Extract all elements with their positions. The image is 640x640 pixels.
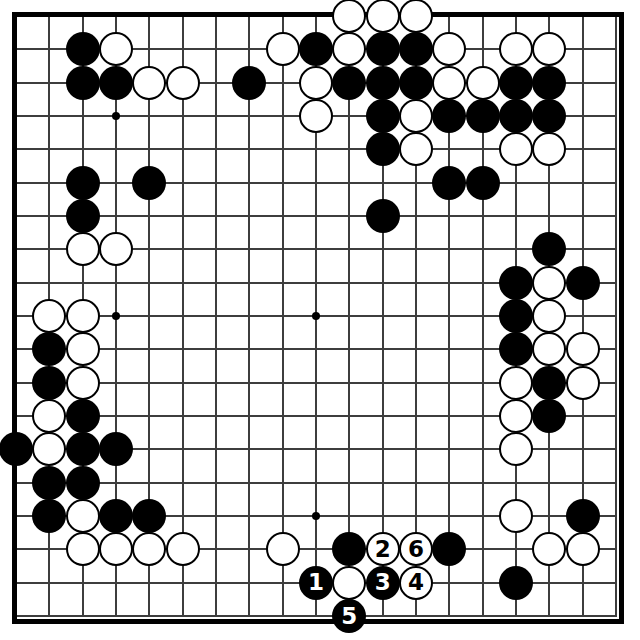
stone-black[interactable] xyxy=(366,199,400,233)
stone-black[interactable] xyxy=(32,499,66,533)
stone-white[interactable] xyxy=(466,66,500,100)
stone-white[interactable] xyxy=(399,99,433,133)
stone-white[interactable] xyxy=(399,132,433,166)
stone-black[interactable] xyxy=(532,366,566,400)
stone-white[interactable] xyxy=(299,99,333,133)
stone-white[interactable] xyxy=(499,399,533,433)
stone-white[interactable] xyxy=(499,366,533,400)
stone-white[interactable] xyxy=(566,332,600,366)
stone-black[interactable] xyxy=(66,166,100,200)
stone-black[interactable] xyxy=(66,32,100,66)
stone-white[interactable] xyxy=(499,132,533,166)
move-3-stone-black[interactable]: 3 xyxy=(366,566,400,600)
stone-white[interactable] xyxy=(266,32,300,66)
stone-white[interactable] xyxy=(499,32,533,66)
stone-black[interactable] xyxy=(366,132,400,166)
stone-white[interactable] xyxy=(432,32,466,66)
stone-white[interactable] xyxy=(332,32,366,66)
stone-black[interactable] xyxy=(432,532,466,566)
stone-white[interactable] xyxy=(566,366,600,400)
stone-black[interactable] xyxy=(232,66,266,100)
stone-black[interactable] xyxy=(299,32,333,66)
stone-white[interactable] xyxy=(566,532,600,566)
grid-line-horizontal xyxy=(15,482,617,484)
stone-white[interactable] xyxy=(99,532,133,566)
stone-white[interactable] xyxy=(66,366,100,400)
stone-white[interactable] xyxy=(332,0,366,33)
stone-black[interactable] xyxy=(499,99,533,133)
stone-white[interactable] xyxy=(32,432,66,466)
stone-white[interactable] xyxy=(532,332,566,366)
grid-line-horizontal xyxy=(15,615,617,617)
stone-white[interactable] xyxy=(132,532,166,566)
stone-black[interactable] xyxy=(499,266,533,300)
stone-white[interactable] xyxy=(532,299,566,333)
stone-black[interactable] xyxy=(566,499,600,533)
stone-black[interactable] xyxy=(399,66,433,100)
stone-black[interactable] xyxy=(566,266,600,300)
grid-line-vertical xyxy=(348,15,350,617)
stone-black[interactable] xyxy=(366,66,400,100)
stone-black[interactable] xyxy=(499,566,533,600)
stone-black[interactable] xyxy=(466,99,500,133)
stone-black[interactable] xyxy=(499,299,533,333)
stone-white[interactable] xyxy=(99,232,133,266)
stone-white[interactable] xyxy=(499,499,533,533)
stone-white[interactable] xyxy=(532,266,566,300)
stone-black[interactable] xyxy=(532,399,566,433)
star-point xyxy=(112,312,120,320)
stone-white[interactable] xyxy=(532,532,566,566)
star-point xyxy=(312,312,320,320)
stone-black[interactable] xyxy=(66,466,100,500)
stone-black[interactable] xyxy=(466,166,500,200)
stone-white[interactable] xyxy=(66,332,100,366)
stone-black[interactable] xyxy=(66,399,100,433)
stone-black[interactable] xyxy=(99,432,133,466)
stone-white[interactable] xyxy=(66,299,100,333)
star-point xyxy=(312,512,320,520)
star-point xyxy=(112,112,120,120)
stone-black[interactable] xyxy=(499,66,533,100)
move-2-stone-white[interactable]: 2 xyxy=(366,532,400,566)
stone-black[interactable] xyxy=(366,32,400,66)
stone-black[interactable] xyxy=(332,66,366,100)
stone-white[interactable] xyxy=(532,132,566,166)
stone-white[interactable] xyxy=(99,32,133,66)
grid-line-vertical xyxy=(615,15,617,617)
stone-white[interactable] xyxy=(32,399,66,433)
move-4-stone-white[interactable]: 4 xyxy=(399,566,433,600)
stone-white[interactable] xyxy=(32,299,66,333)
stone-white[interactable] xyxy=(132,66,166,100)
stone-black[interactable] xyxy=(532,66,566,100)
stone-black[interactable] xyxy=(0,432,33,466)
stone-black[interactable] xyxy=(532,99,566,133)
go-diagram-frame: 261345 xyxy=(0,0,640,640)
stone-white[interactable] xyxy=(66,232,100,266)
stone-white[interactable] xyxy=(332,566,366,600)
stone-black[interactable] xyxy=(32,466,66,500)
stone-white[interactable] xyxy=(166,66,200,100)
stone-black[interactable] xyxy=(532,232,566,266)
stone-white[interactable] xyxy=(166,532,200,566)
stone-black[interactable] xyxy=(66,66,100,100)
stone-black[interactable] xyxy=(332,532,366,566)
stone-white[interactable] xyxy=(66,532,100,566)
stone-black[interactable] xyxy=(399,32,433,66)
stone-black[interactable] xyxy=(432,99,466,133)
stone-white[interactable] xyxy=(499,432,533,466)
stone-white[interactable] xyxy=(366,0,400,33)
stone-black[interactable] xyxy=(132,499,166,533)
stone-white[interactable] xyxy=(66,499,100,533)
stone-black[interactable] xyxy=(99,66,133,100)
stone-black[interactable] xyxy=(499,332,533,366)
stone-black[interactable] xyxy=(99,499,133,533)
stone-black[interactable] xyxy=(132,166,166,200)
stone-black[interactable] xyxy=(32,332,66,366)
stone-black[interactable] xyxy=(66,199,100,233)
stone-black[interactable] xyxy=(32,366,66,400)
move-1-stone-black[interactable]: 1 xyxy=(299,566,333,600)
stone-white[interactable] xyxy=(432,66,466,100)
stone-white[interactable] xyxy=(299,66,333,100)
stone-white[interactable] xyxy=(532,32,566,66)
move-5-stone-black[interactable]: 5 xyxy=(332,599,366,633)
stone-black[interactable] xyxy=(366,99,400,133)
move-6-stone-white[interactable]: 6 xyxy=(399,532,433,566)
stone-black[interactable] xyxy=(432,166,466,200)
go-board[interactable]: 261345 xyxy=(0,0,640,640)
stone-black[interactable] xyxy=(66,432,100,466)
stone-white[interactable] xyxy=(399,0,433,33)
stone-white[interactable] xyxy=(266,532,300,566)
